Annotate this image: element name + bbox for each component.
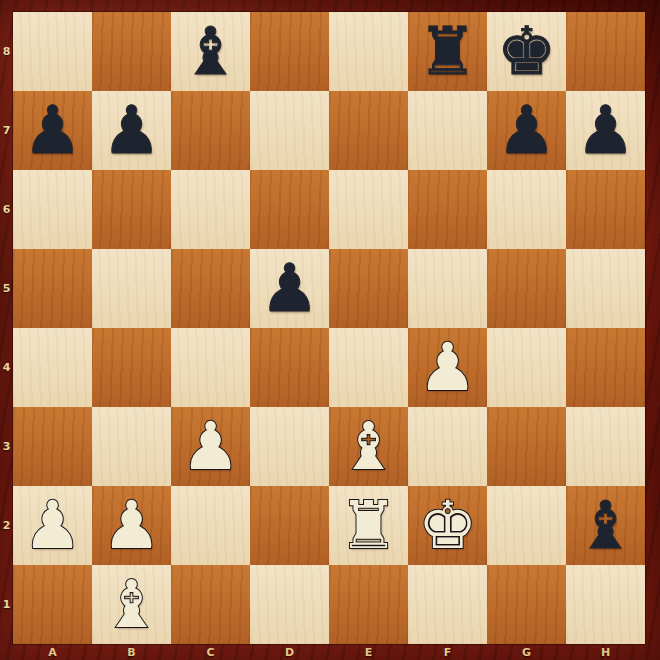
- square-g7[interactable]: ♟: [487, 91, 566, 170]
- square-b2[interactable]: ♟: [92, 486, 171, 565]
- square-d8[interactable]: [250, 12, 329, 91]
- rank-label-6: 6: [0, 170, 13, 249]
- square-b5[interactable]: [92, 249, 171, 328]
- square-b4[interactable]: [92, 328, 171, 407]
- square-e4[interactable]: [329, 328, 408, 407]
- square-d6[interactable]: [250, 170, 329, 249]
- file-label-a: A: [13, 644, 92, 660]
- square-a1[interactable]: [13, 565, 92, 644]
- square-d2[interactable]: [250, 486, 329, 565]
- square-h1[interactable]: [566, 565, 645, 644]
- square-a5[interactable]: [13, 249, 92, 328]
- square-g5[interactable]: [487, 249, 566, 328]
- square-c5[interactable]: [171, 249, 250, 328]
- square-h4[interactable]: [566, 328, 645, 407]
- file-label-d: D: [250, 644, 329, 660]
- square-c1[interactable]: [171, 565, 250, 644]
- piece-black-pawn-a7[interactable]: ♟: [23, 91, 82, 170]
- file-label-f: F: [408, 644, 487, 660]
- square-a3[interactable]: [13, 407, 92, 486]
- square-e6[interactable]: [329, 170, 408, 249]
- square-a7[interactable]: ♟: [13, 91, 92, 170]
- square-f5[interactable]: [408, 249, 487, 328]
- square-f4[interactable]: ♟: [408, 328, 487, 407]
- square-b3[interactable]: [92, 407, 171, 486]
- square-g6[interactable]: [487, 170, 566, 249]
- square-a4[interactable]: [13, 328, 92, 407]
- square-g1[interactable]: [487, 565, 566, 644]
- square-g3[interactable]: [487, 407, 566, 486]
- square-h8[interactable]: [566, 12, 645, 91]
- square-d5[interactable]: ♟: [250, 249, 329, 328]
- square-h3[interactable]: [566, 407, 645, 486]
- square-g8[interactable]: ♚: [487, 12, 566, 91]
- piece-white-pawn-a2[interactable]: ♟: [23, 486, 82, 565]
- square-c8[interactable]: ♝: [171, 12, 250, 91]
- square-b7[interactable]: ♟: [92, 91, 171, 170]
- square-a2[interactable]: ♟: [13, 486, 92, 565]
- square-g2[interactable]: [487, 486, 566, 565]
- piece-black-pawn-g7[interactable]: ♟: [497, 91, 556, 170]
- square-c7[interactable]: [171, 91, 250, 170]
- square-f2[interactable]: ♚: [408, 486, 487, 565]
- square-d1[interactable]: [250, 565, 329, 644]
- piece-black-king-g8[interactable]: ♚: [497, 12, 556, 91]
- piece-black-bishop-h2[interactable]: ♝: [576, 486, 635, 565]
- square-e5[interactable]: [329, 249, 408, 328]
- square-h6[interactable]: [566, 170, 645, 249]
- square-b1[interactable]: ♝: [92, 565, 171, 644]
- piece-black-bishop-c8[interactable]: ♝: [181, 12, 240, 91]
- square-e3[interactable]: ♝: [329, 407, 408, 486]
- square-a8[interactable]: [13, 12, 92, 91]
- square-c4[interactable]: [171, 328, 250, 407]
- piece-black-pawn-b7[interactable]: ♟: [102, 91, 161, 170]
- square-c6[interactable]: [171, 170, 250, 249]
- square-a6[interactable]: [13, 170, 92, 249]
- piece-white-king-f2[interactable]: ♚: [418, 486, 477, 565]
- rank-label-1: 1: [0, 565, 13, 644]
- square-e2[interactable]: ♜: [329, 486, 408, 565]
- square-h2[interactable]: ♝: [566, 486, 645, 565]
- square-f8[interactable]: ♜: [408, 12, 487, 91]
- square-f1[interactable]: [408, 565, 487, 644]
- square-c3[interactable]: ♟: [171, 407, 250, 486]
- square-h5[interactable]: [566, 249, 645, 328]
- piece-black-pawn-d5[interactable]: ♟: [260, 249, 319, 328]
- square-d3[interactable]: [250, 407, 329, 486]
- rank-label-8: 8: [0, 12, 13, 91]
- file-label-b: B: [92, 644, 171, 660]
- square-d7[interactable]: [250, 91, 329, 170]
- square-h7[interactable]: ♟: [566, 91, 645, 170]
- file-label-g: G: [487, 644, 566, 660]
- piece-black-rook-f8[interactable]: ♜: [418, 12, 477, 91]
- rank-label-5: 5: [0, 249, 13, 328]
- square-e1[interactable]: [329, 565, 408, 644]
- square-f7[interactable]: [408, 91, 487, 170]
- square-d4[interactable]: [250, 328, 329, 407]
- square-b6[interactable]: [92, 170, 171, 249]
- file-label-c: C: [171, 644, 250, 660]
- piece-white-pawn-c3[interactable]: ♟: [181, 407, 240, 486]
- piece-black-pawn-h7[interactable]: ♟: [576, 91, 635, 170]
- rank-label-4: 4: [0, 328, 13, 407]
- piece-white-rook-e2[interactable]: ♜: [339, 486, 398, 565]
- square-c2[interactable]: [171, 486, 250, 565]
- piece-white-bishop-b1[interactable]: ♝: [102, 565, 161, 644]
- square-b8[interactable]: [92, 12, 171, 91]
- square-e7[interactable]: [329, 91, 408, 170]
- square-f3[interactable]: [408, 407, 487, 486]
- square-e8[interactable]: [329, 12, 408, 91]
- file-label-e: E: [329, 644, 408, 660]
- rank-label-2: 2: [0, 486, 13, 565]
- rank-label-7: 7: [0, 91, 13, 170]
- chess-board: ♝♜♚♟♟♟♟♟♟♟♝♟♟♜♚♝♝: [13, 12, 645, 644]
- chess-board-frame: ♝♜♚♟♟♟♟♟♟♟♝♟♟♜♚♝♝ 87654321 ABCDEFGH: [0, 0, 660, 660]
- piece-white-bishop-e3[interactable]: ♝: [339, 407, 398, 486]
- piece-white-pawn-b2[interactable]: ♟: [102, 486, 161, 565]
- square-g4[interactable]: [487, 328, 566, 407]
- piece-white-pawn-f4[interactable]: ♟: [418, 328, 477, 407]
- rank-label-3: 3: [0, 407, 13, 486]
- file-label-h: H: [566, 644, 645, 660]
- square-f6[interactable]: [408, 170, 487, 249]
